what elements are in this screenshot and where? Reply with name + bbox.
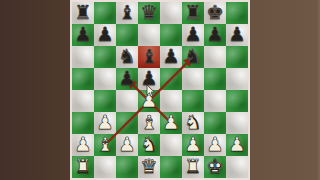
square-b1[interactable]: [94, 156, 116, 178]
square-c1[interactable]: [116, 156, 138, 178]
square-h4[interactable]: [226, 90, 248, 112]
white-piece-f1[interactable]: ♜: [182, 156, 204, 178]
square-b8[interactable]: [94, 2, 116, 24]
square-a5[interactable]: [72, 68, 94, 90]
white-piece-g1[interactable]: ♚: [204, 156, 226, 178]
black-piece-a8[interactable]: ♜: [72, 2, 94, 24]
square-g5[interactable]: [204, 68, 226, 90]
square-h6[interactable]: [226, 46, 248, 68]
white-piece-e3[interactable]: ♟: [160, 112, 182, 134]
black-piece-b7[interactable]: ♟: [94, 24, 116, 46]
square-h1[interactable]: [226, 156, 248, 178]
square-a6[interactable]: [72, 46, 94, 68]
square-e7[interactable]: [160, 24, 182, 46]
white-piece-h2[interactable]: ♟: [226, 134, 248, 156]
white-piece-c2[interactable]: ♟: [116, 134, 138, 156]
black-piece-d6[interactable]: ♝: [138, 46, 160, 68]
chess-board: ♜♝♛♜♚♟♟♟♟♟♞♝♟♞♟♟♟♟♝♟♞♟♝♟♞♟♟♟♜♛♜♚: [70, 0, 250, 180]
black-piece-d8[interactable]: ♛: [138, 2, 160, 24]
square-g6[interactable]: [204, 46, 226, 68]
white-piece-b3[interactable]: ♟: [94, 112, 116, 134]
square-h3[interactable]: [226, 112, 248, 134]
square-e5[interactable]: [160, 68, 182, 90]
black-piece-g7[interactable]: ♟: [204, 24, 226, 46]
square-c7[interactable]: [116, 24, 138, 46]
square-f5[interactable]: [182, 68, 204, 90]
square-c3[interactable]: [116, 112, 138, 134]
square-a4[interactable]: [72, 90, 94, 112]
white-piece-g2[interactable]: ♟: [204, 134, 226, 156]
square-h5[interactable]: [226, 68, 248, 90]
white-piece-f3[interactable]: ♞: [182, 112, 204, 134]
square-h8[interactable]: [226, 2, 248, 24]
white-piece-f2[interactable]: ♟: [182, 134, 204, 156]
white-piece-d4[interactable]: ♟: [138, 90, 160, 112]
square-e4[interactable]: [160, 90, 182, 112]
square-b6[interactable]: [94, 46, 116, 68]
white-piece-a2[interactable]: ♟: [72, 134, 94, 156]
square-b5[interactable]: [94, 68, 116, 90]
black-piece-g8[interactable]: ♚: [204, 2, 226, 24]
square-g3[interactable]: [204, 112, 226, 134]
black-piece-f7[interactable]: ♟: [182, 24, 204, 46]
black-piece-c5[interactable]: ♟: [116, 68, 138, 90]
square-g4[interactable]: [204, 90, 226, 112]
white-piece-a1[interactable]: ♜: [72, 156, 94, 178]
square-e8[interactable]: [160, 2, 182, 24]
black-piece-a7[interactable]: ♟: [72, 24, 94, 46]
white-piece-d3[interactable]: ♝: [138, 112, 160, 134]
black-piece-d5[interactable]: ♟: [138, 68, 160, 90]
black-piece-h7[interactable]: ♟: [226, 24, 248, 46]
black-piece-f6[interactable]: ♞: [182, 46, 204, 68]
black-piece-c8[interactable]: ♝: [116, 2, 138, 24]
black-piece-e6[interactable]: ♟: [160, 46, 182, 68]
video-frame: ♜♝♛♜♚♟♟♟♟♟♞♝♟♞♟♟♟♟♝♟♞♟♝♟♞♟♟♟♜♛♜♚: [0, 0, 320, 180]
square-a3[interactable]: [72, 112, 94, 134]
square-e1[interactable]: [160, 156, 182, 178]
white-piece-d2[interactable]: ♞: [138, 134, 160, 156]
white-piece-b2[interactable]: ♝: [94, 134, 116, 156]
square-b4[interactable]: [94, 90, 116, 112]
black-piece-f8[interactable]: ♜: [182, 2, 204, 24]
white-piece-d1[interactable]: ♛: [138, 156, 160, 178]
square-e2[interactable]: [160, 134, 182, 156]
square-f4[interactable]: [182, 90, 204, 112]
black-piece-c6[interactable]: ♞: [116, 46, 138, 68]
square-c4[interactable]: [116, 90, 138, 112]
square-d7[interactable]: [138, 24, 160, 46]
